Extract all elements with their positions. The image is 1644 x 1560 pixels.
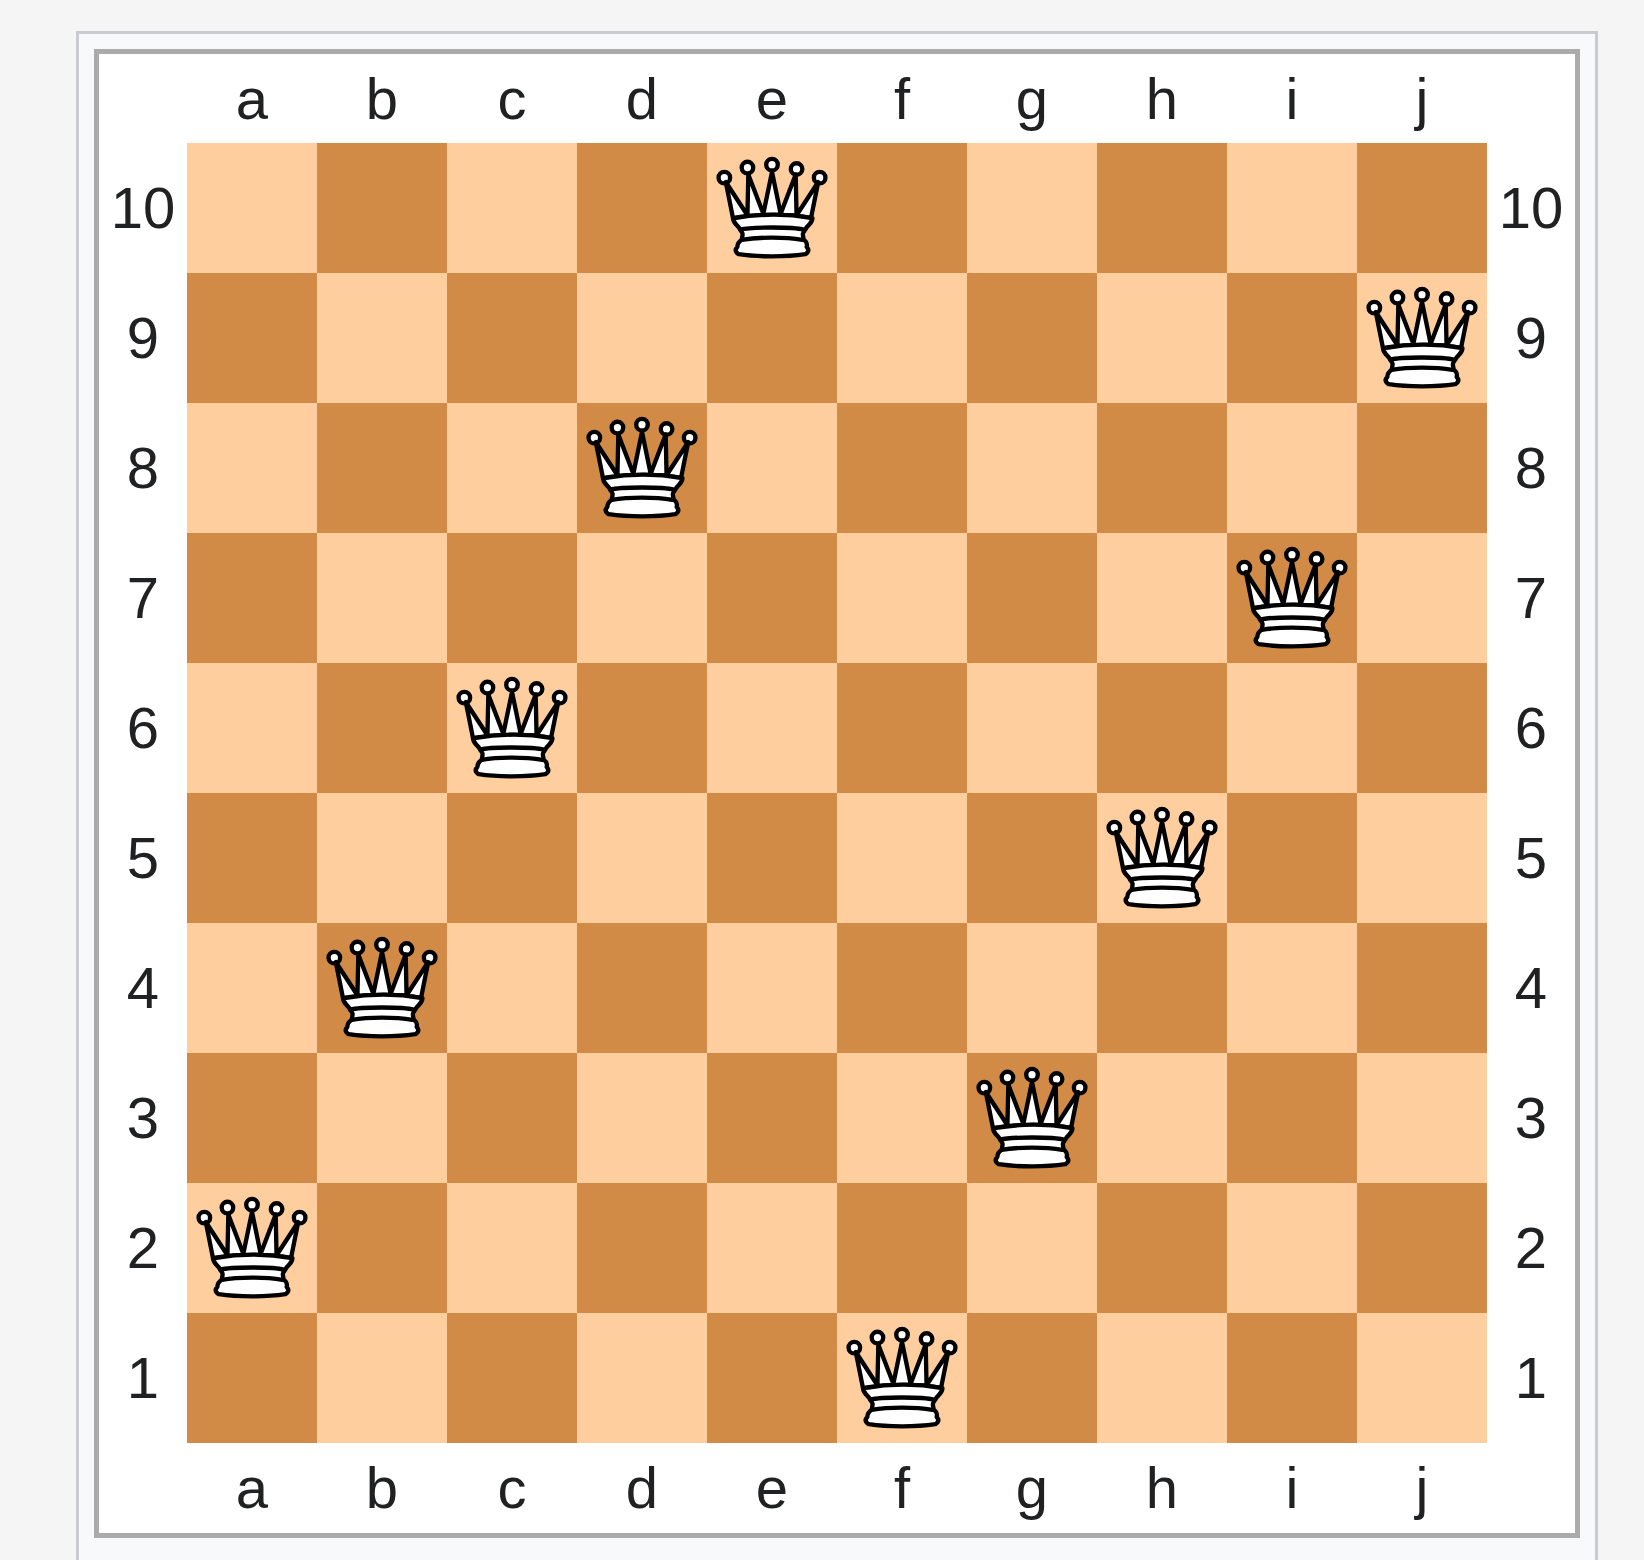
square-i3: [1227, 1053, 1357, 1183]
square-g9: [967, 273, 1097, 403]
square-c8: [447, 403, 577, 533]
square-d4: [577, 923, 707, 1053]
rank-label-left-9: 9: [99, 273, 187, 403]
square-c5: [447, 793, 577, 923]
square-f5: [837, 793, 967, 923]
file-label-top-f: f: [837, 54, 967, 143]
rank-label-right-4: 4: [1487, 923, 1575, 1053]
square-f9: [837, 273, 967, 403]
corner-bottom-left: [99, 1443, 187, 1533]
square-d9: [577, 273, 707, 403]
square-g8: [967, 403, 1097, 533]
square-h6: [1097, 663, 1227, 793]
square-b4: [317, 923, 447, 1053]
square-c10: [447, 143, 577, 273]
square-h10: [1097, 143, 1227, 273]
file-label-bottom-j: j: [1357, 1443, 1487, 1533]
rank-label-left-8: 8: [99, 403, 187, 533]
square-d3: [577, 1053, 707, 1183]
square-i4: [1227, 923, 1357, 1053]
chess-diagram: abcdefghij10 109 98: [94, 49, 1580, 1538]
square-b1: [317, 1313, 447, 1443]
file-label-bottom-d: d: [577, 1443, 707, 1533]
rank-label-right-9: 9: [1487, 273, 1575, 403]
square-j1: [1357, 1313, 1487, 1443]
square-j7: [1357, 533, 1487, 663]
square-c3: [447, 1053, 577, 1183]
square-f10: [837, 143, 967, 273]
rank-label-left-5: 5: [99, 793, 187, 923]
square-g3: [967, 1053, 1097, 1183]
square-c6: [447, 663, 577, 793]
square-a4: [187, 923, 317, 1053]
file-label-bottom-i: i: [1227, 1443, 1357, 1533]
rank-label-left-1: 1: [99, 1313, 187, 1443]
file-label-bottom-f: f: [837, 1443, 967, 1533]
square-e6: [707, 663, 837, 793]
file-label-top-e: e: [707, 54, 837, 143]
square-e4: [707, 923, 837, 1053]
file-label-bottom-c: c: [447, 1443, 577, 1533]
square-d1: [577, 1313, 707, 1443]
file-label-bottom-e: e: [707, 1443, 837, 1533]
rank-label-right-3: 3: [1487, 1053, 1575, 1183]
square-c1: [447, 1313, 577, 1443]
square-b7: [317, 533, 447, 663]
square-e3: [707, 1053, 837, 1183]
white-queen: [1227, 533, 1357, 663]
white-queen-icon: [1227, 533, 1357, 663]
square-i10: [1227, 143, 1357, 273]
square-d5: [577, 793, 707, 923]
image-thumbnail-frame[interactable]: abcdefghij10 109 98: [76, 31, 1598, 1560]
file-label-bottom-a: a: [187, 1443, 317, 1533]
file-label-top-b: b: [317, 54, 447, 143]
rank-label-right-1: 1: [1487, 1313, 1575, 1443]
square-g7: [967, 533, 1097, 663]
square-c7: [447, 533, 577, 663]
square-e8: [707, 403, 837, 533]
square-d8: [577, 403, 707, 533]
white-queen: [1357, 273, 1487, 403]
rank-label-right-5: 5: [1487, 793, 1575, 923]
board-grid: abcdefghij10 109 98: [99, 54, 1575, 1533]
square-g4: [967, 923, 1097, 1053]
square-a9: [187, 273, 317, 403]
square-j5: [1357, 793, 1487, 923]
square-j10: [1357, 143, 1487, 273]
white-queen-icon: [577, 403, 707, 533]
square-b2: [317, 1183, 447, 1313]
rank-label-right-6: 6: [1487, 663, 1575, 793]
square-h1: [1097, 1313, 1227, 1443]
square-a10: [187, 143, 317, 273]
square-i6: [1227, 663, 1357, 793]
square-h5: [1097, 793, 1227, 923]
file-label-top-j: j: [1357, 54, 1487, 143]
white-queen-icon: [707, 143, 837, 273]
white-queen-icon: [967, 1053, 1097, 1183]
square-f6: [837, 663, 967, 793]
corner-bottom-right: [1487, 1443, 1575, 1533]
white-queen: [317, 923, 447, 1053]
white-queen: [1097, 793, 1227, 923]
square-i9: [1227, 273, 1357, 403]
square-j6: [1357, 663, 1487, 793]
square-e1: [707, 1313, 837, 1443]
square-i8: [1227, 403, 1357, 533]
square-i5: [1227, 793, 1357, 923]
rank-label-left-2: 2: [99, 1183, 187, 1313]
rank-label-right-10: 10: [1487, 143, 1575, 273]
square-c2: [447, 1183, 577, 1313]
square-a3: [187, 1053, 317, 1183]
square-c9: [447, 273, 577, 403]
rank-label-right-2: 2: [1487, 1183, 1575, 1313]
square-g6: [967, 663, 1097, 793]
white-queen-icon: [1097, 793, 1227, 923]
corner-top-left: [99, 54, 187, 143]
white-queen-icon: [837, 1313, 967, 1443]
white-queen: [837, 1313, 967, 1443]
rank-label-right-7: 7: [1487, 533, 1575, 663]
square-h9: [1097, 273, 1227, 403]
square-e10: [707, 143, 837, 273]
file-label-bottom-g: g: [967, 1443, 1097, 1533]
square-e5: [707, 793, 837, 923]
rank-label-left-6: 6: [99, 663, 187, 793]
square-j4: [1357, 923, 1487, 1053]
square-b5: [317, 793, 447, 923]
square-b3: [317, 1053, 447, 1183]
rank-label-left-3: 3: [99, 1053, 187, 1183]
file-label-top-h: h: [1097, 54, 1227, 143]
corner-top-right: [1487, 54, 1575, 143]
file-label-top-i: i: [1227, 54, 1357, 143]
rank-label-left-7: 7: [99, 533, 187, 663]
file-label-bottom-b: b: [317, 1443, 447, 1533]
square-b10: [317, 143, 447, 273]
square-a5: [187, 793, 317, 923]
square-a2: [187, 1183, 317, 1313]
square-f8: [837, 403, 967, 533]
square-g10: [967, 143, 1097, 273]
square-e9: [707, 273, 837, 403]
white-queen-icon: [317, 923, 447, 1053]
white-queen: [707, 143, 837, 273]
square-j3: [1357, 1053, 1487, 1183]
square-h7: [1097, 533, 1227, 663]
square-d6: [577, 663, 707, 793]
square-f2: [837, 1183, 967, 1313]
square-b6: [317, 663, 447, 793]
square-h3: [1097, 1053, 1227, 1183]
square-i7: [1227, 533, 1357, 663]
square-e7: [707, 533, 837, 663]
rank-label-left-4: 4: [99, 923, 187, 1053]
square-b9: [317, 273, 447, 403]
white-queen: [577, 403, 707, 533]
square-h4: [1097, 923, 1227, 1053]
square-j2: [1357, 1183, 1487, 1313]
square-j9: [1357, 273, 1487, 403]
file-label-top-g: g: [967, 54, 1097, 143]
square-h8: [1097, 403, 1227, 533]
square-h2: [1097, 1183, 1227, 1313]
file-label-top-a: a: [187, 54, 317, 143]
square-d10: [577, 143, 707, 273]
square-f1: [837, 1313, 967, 1443]
file-label-top-d: d: [577, 54, 707, 143]
square-b8: [317, 403, 447, 533]
square-c4: [447, 923, 577, 1053]
square-i2: [1227, 1183, 1357, 1313]
square-a8: [187, 403, 317, 533]
square-d7: [577, 533, 707, 663]
rank-label-left-10: 10: [99, 143, 187, 273]
white-queen: [187, 1183, 317, 1313]
white-queen: [447, 663, 577, 793]
square-g1: [967, 1313, 1097, 1443]
rank-label-right-8: 8: [1487, 403, 1575, 533]
file-label-bottom-h: h: [1097, 1443, 1227, 1533]
white-queen-icon: [447, 663, 577, 793]
square-d2: [577, 1183, 707, 1313]
square-a6: [187, 663, 317, 793]
square-f4: [837, 923, 967, 1053]
square-f7: [837, 533, 967, 663]
square-i1: [1227, 1313, 1357, 1443]
square-g2: [967, 1183, 1097, 1313]
square-f3: [837, 1053, 967, 1183]
white-queen-icon: [187, 1183, 317, 1313]
square-g5: [967, 793, 1097, 923]
file-label-top-c: c: [447, 54, 577, 143]
white-queen-icon: [1357, 273, 1487, 403]
square-j8: [1357, 403, 1487, 533]
square-e2: [707, 1183, 837, 1313]
square-a7: [187, 533, 317, 663]
white-queen: [967, 1053, 1097, 1183]
square-a1: [187, 1313, 317, 1443]
